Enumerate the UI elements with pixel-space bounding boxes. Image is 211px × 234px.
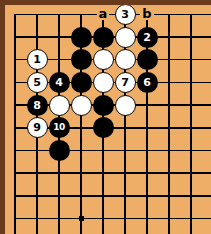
intersection [48, 207, 70, 230]
intersection [202, 139, 211, 162]
intersection [158, 139, 180, 162]
intersection [114, 185, 136, 208]
black-stone [71, 49, 92, 70]
intersection [92, 71, 114, 94]
intersection [180, 3, 202, 26]
intersection [4, 94, 26, 117]
intersection [136, 94, 158, 117]
intersection: 9 [26, 116, 48, 139]
intersection: 1 [26, 48, 48, 71]
intersection [4, 207, 26, 230]
star-point [79, 216, 84, 221]
intersection [4, 116, 26, 139]
intersection [70, 3, 92, 26]
intersection [158, 162, 180, 185]
intersection: 4 [48, 71, 70, 94]
white-stone-move-9: 9 [27, 117, 48, 138]
intersection [4, 26, 26, 49]
intersection [26, 139, 48, 162]
intersection [92, 185, 114, 208]
black-stone [93, 27, 114, 48]
white-stone [115, 95, 136, 116]
intersection [26, 162, 48, 185]
white-stone [93, 49, 114, 70]
intersection [158, 71, 180, 94]
intersection [180, 116, 202, 139]
black-stone-move-2: 2 [137, 27, 158, 48]
intersection [4, 139, 26, 162]
intersection [70, 230, 92, 234]
intersection [48, 230, 70, 234]
intersection: a [92, 3, 114, 26]
black-stone-move-10: 10 [49, 117, 70, 138]
board-frame-top [0, 0, 211, 5]
intersection [26, 26, 48, 49]
intersection [202, 230, 211, 234]
intersection [70, 162, 92, 185]
intersection [180, 26, 202, 49]
intersection [136, 48, 158, 71]
intersection [70, 71, 92, 94]
white-stone-move-1: 1 [27, 49, 48, 70]
intersection [92, 94, 114, 117]
intersection [158, 116, 180, 139]
intersection [48, 26, 70, 49]
intersection [202, 94, 211, 117]
black-stone [49, 140, 70, 161]
intersection [70, 48, 92, 71]
intersection: 3 [114, 3, 136, 26]
intersection [92, 139, 114, 162]
intersection [202, 71, 211, 94]
intersection [158, 207, 180, 230]
black-stone-move-8: 8 [27, 95, 48, 116]
intersection [4, 230, 26, 234]
intersection: 6 [136, 71, 158, 94]
intersection [180, 139, 202, 162]
intersection: 2 [136, 26, 158, 49]
intersection [136, 116, 158, 139]
intersection [202, 162, 211, 185]
intersection [70, 139, 92, 162]
intersection [158, 48, 180, 71]
intersection [158, 185, 180, 208]
intersection [70, 94, 92, 117]
black-stone [71, 27, 92, 48]
black-stone [93, 117, 114, 138]
intersection: 5 [26, 71, 48, 94]
intersection [70, 207, 92, 230]
intersection [202, 207, 211, 230]
intersection [180, 185, 202, 208]
intersection [48, 162, 70, 185]
intersection [202, 185, 211, 208]
black-stone [137, 49, 158, 70]
intersection [70, 185, 92, 208]
intersection [136, 207, 158, 230]
intersection [202, 3, 211, 26]
intersection [70, 116, 92, 139]
white-stone-move-5: 5 [27, 72, 48, 93]
intersection [92, 162, 114, 185]
intersection [180, 71, 202, 94]
white-stone-move-3: 3 [115, 4, 136, 25]
intersection [158, 94, 180, 117]
intersection [92, 26, 114, 49]
intersection [158, 26, 180, 49]
intersection [114, 26, 136, 49]
intersection [180, 230, 202, 234]
intersection [4, 48, 26, 71]
intersection [158, 3, 180, 26]
intersection [26, 230, 48, 234]
intersection [114, 94, 136, 117]
intersection [4, 3, 26, 26]
intersection [4, 185, 26, 208]
intersection [202, 48, 211, 71]
black-stone-move-6: 6 [137, 72, 158, 93]
white-stone [93, 72, 114, 93]
intersection [114, 230, 136, 234]
intersection: 8 [26, 94, 48, 117]
intersection [114, 207, 136, 230]
intersection: 7 [114, 71, 136, 94]
intersection [70, 26, 92, 49]
point-label-b: b [140, 8, 153, 20]
intersection [48, 3, 70, 26]
intersection [180, 94, 202, 117]
intersection [202, 116, 211, 139]
intersection [136, 230, 158, 234]
white-stone [115, 49, 136, 70]
intersection [114, 48, 136, 71]
intersection [158, 230, 180, 234]
go-board-grid: a3b2154768910 [4, 3, 211, 234]
intersection [92, 230, 114, 234]
white-stone [115, 27, 136, 48]
black-stone [93, 95, 114, 116]
intersection [26, 3, 48, 26]
black-stone [71, 72, 92, 93]
intersection [4, 162, 26, 185]
white-stone [71, 95, 92, 116]
intersection [180, 162, 202, 185]
intersection: b [136, 3, 158, 26]
intersection [92, 207, 114, 230]
intersection [48, 139, 70, 162]
intersection [26, 207, 48, 230]
intersection [180, 48, 202, 71]
intersection [48, 185, 70, 208]
intersection [180, 207, 202, 230]
intersection [48, 94, 70, 117]
black-stone-move-4: 4 [49, 72, 70, 93]
go-diagram: a3b2154768910 [0, 0, 211, 234]
white-stone [49, 95, 70, 116]
intersection [136, 162, 158, 185]
intersection [4, 71, 26, 94]
intersection [48, 48, 70, 71]
white-stone-move-7: 7 [115, 72, 136, 93]
intersection [114, 162, 136, 185]
point-label-a: a [97, 8, 110, 20]
intersection [92, 48, 114, 71]
intersection: 10 [48, 116, 70, 139]
intersection [202, 26, 211, 49]
intersection [136, 139, 158, 162]
intersection [26, 185, 48, 208]
intersection [114, 116, 136, 139]
intersection [114, 139, 136, 162]
intersection [136, 185, 158, 208]
intersection [92, 116, 114, 139]
board-frame-left [0, 0, 5, 234]
